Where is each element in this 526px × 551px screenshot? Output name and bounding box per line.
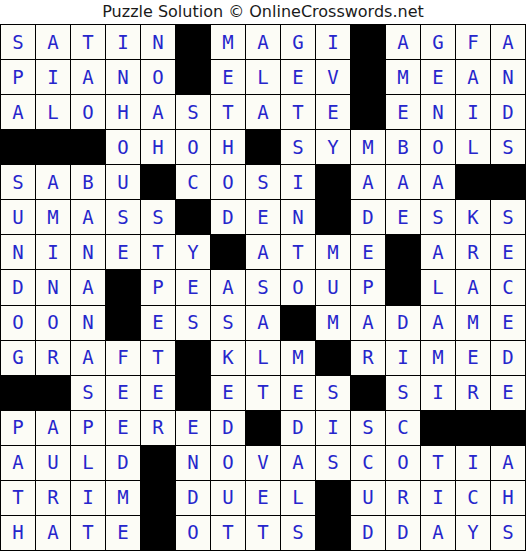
letter-cell: E	[106, 411, 140, 445]
letter-cell: D	[281, 411, 315, 445]
letter-cell: O	[211, 446, 245, 480]
letter-cell: R	[456, 235, 490, 269]
letter-cell: E	[106, 516, 140, 550]
letter-cell: I	[36, 60, 70, 94]
block-cell	[491, 165, 525, 199]
letter-cell: O	[421, 130, 455, 164]
letter-cell: L	[281, 481, 315, 515]
letter-cell: D	[386, 516, 420, 550]
letter-cell: A	[456, 60, 490, 94]
letter-cell: K	[456, 200, 490, 234]
block-cell	[211, 235, 245, 269]
letter-cell: D	[491, 95, 525, 129]
block-cell	[386, 270, 420, 304]
block-cell	[36, 130, 70, 164]
block-cell	[351, 25, 385, 59]
block-cell	[316, 481, 350, 515]
letter-cell: S	[1, 165, 35, 199]
letter-cell: T	[71, 516, 105, 550]
letter-cell: M	[421, 341, 455, 375]
letter-cell: U	[351, 481, 385, 515]
letter-cell: D	[1, 270, 35, 304]
letter-cell: E	[176, 411, 210, 445]
block-cell	[36, 376, 70, 410]
block-cell	[456, 411, 490, 445]
block-cell	[141, 516, 175, 550]
letter-cell: S	[421, 200, 455, 234]
block-cell	[106, 306, 140, 340]
letter-cell: P	[1, 411, 35, 445]
letter-cell: E	[491, 306, 525, 340]
block-cell	[316, 341, 350, 375]
letter-cell: A	[36, 411, 70, 445]
letter-cell: H	[211, 130, 245, 164]
letter-cell: I	[36, 235, 70, 269]
letter-cell: N	[106, 60, 140, 94]
letter-cell: G	[421, 25, 455, 59]
letter-cell: A	[456, 270, 490, 304]
letter-cell: E	[141, 306, 175, 340]
letter-cell: R	[386, 481, 420, 515]
letter-cell: S	[176, 95, 210, 129]
letter-cell: A	[386, 165, 420, 199]
block-cell	[141, 446, 175, 480]
letter-cell: D	[211, 411, 245, 445]
block-cell	[316, 165, 350, 199]
letter-cell: L	[421, 270, 455, 304]
letter-cell: S	[281, 516, 315, 550]
letter-cell: Y	[176, 235, 210, 269]
letter-cell: I	[421, 481, 455, 515]
letter-cell: S	[106, 200, 140, 234]
letter-cell: M	[316, 306, 350, 340]
letter-cell: M	[36, 200, 70, 234]
puzzle-solution-page: Puzzle Solution © OnlineCrosswords.net S…	[0, 0, 526, 551]
letter-cell: E	[281, 60, 315, 94]
letter-cell: H	[106, 95, 140, 129]
letter-cell: D	[211, 200, 245, 234]
letter-cell: T	[246, 516, 280, 550]
letter-cell: R	[141, 411, 175, 445]
letter-cell: A	[36, 516, 70, 550]
letter-cell: M	[456, 306, 490, 340]
letter-cell: A	[421, 235, 455, 269]
letter-cell: E	[281, 376, 315, 410]
letter-cell: R	[36, 481, 70, 515]
letter-cell: I	[71, 481, 105, 515]
block-cell	[176, 25, 210, 59]
letter-cell: N	[71, 235, 105, 269]
letter-cell: S	[316, 376, 350, 410]
letter-cell: T	[141, 235, 175, 269]
letter-cell: M	[106, 481, 140, 515]
letter-cell: E	[456, 341, 490, 375]
letter-cell: I	[456, 95, 490, 129]
letter-cell: A	[36, 25, 70, 59]
letter-cell: N	[176, 446, 210, 480]
letter-cell: U	[106, 165, 140, 199]
block-cell	[351, 95, 385, 129]
letter-cell: T	[211, 95, 245, 129]
letter-cell: T	[246, 376, 280, 410]
letter-cell: O	[176, 516, 210, 550]
letter-cell: S	[491, 200, 525, 234]
letter-cell: A	[71, 270, 105, 304]
letter-cell: A	[281, 446, 315, 480]
letter-cell: D	[351, 200, 385, 234]
letter-cell: P	[1, 60, 35, 94]
letter-cell: S	[246, 270, 280, 304]
block-cell	[176, 200, 210, 234]
letter-cell: B	[386, 130, 420, 164]
letter-cell: O	[106, 130, 140, 164]
letter-cell: C	[491, 270, 525, 304]
letter-cell: C	[456, 481, 490, 515]
letter-cell: S	[71, 376, 105, 410]
block-cell	[386, 235, 420, 269]
block-cell	[246, 130, 280, 164]
letter-cell: F	[106, 341, 140, 375]
letter-cell: E	[316, 95, 350, 129]
letter-cell: C	[386, 411, 420, 445]
letter-cell: I	[281, 165, 315, 199]
letter-cell: T	[1, 481, 35, 515]
letter-cell: E	[386, 200, 420, 234]
block-cell	[316, 200, 350, 234]
letter-cell: A	[421, 165, 455, 199]
letter-cell: D	[106, 446, 140, 480]
letter-cell: M	[281, 341, 315, 375]
block-cell	[491, 411, 525, 445]
letter-cell: S	[211, 306, 245, 340]
block-cell	[281, 306, 315, 340]
letter-cell: N	[281, 200, 315, 234]
letter-cell: H	[491, 481, 525, 515]
letter-cell: A	[36, 165, 70, 199]
letter-cell: U	[316, 270, 350, 304]
letter-cell: V	[316, 60, 350, 94]
letter-cell: O	[176, 130, 210, 164]
letter-cell: L	[71, 446, 105, 480]
block-cell	[421, 411, 455, 445]
letter-cell: N	[491, 60, 525, 94]
letter-cell: T	[281, 235, 315, 269]
letter-cell: U	[36, 446, 70, 480]
letter-cell: A	[491, 446, 525, 480]
letter-cell: P	[71, 411, 105, 445]
letter-cell: E	[421, 60, 455, 94]
letter-cell: G	[1, 341, 35, 375]
letter-cell: O	[71, 95, 105, 129]
letter-cell: A	[491, 25, 525, 59]
letter-cell: O	[386, 446, 420, 480]
letter-cell: T	[421, 446, 455, 480]
letter-cell: D	[386, 306, 420, 340]
page-title: Puzzle Solution © OnlineCrosswords.net	[102, 0, 424, 24]
letter-cell: S	[246, 165, 280, 199]
letter-cell: I	[386, 341, 420, 375]
letter-cell: E	[211, 60, 245, 94]
letter-cell: D	[351, 516, 385, 550]
letter-cell: A	[351, 306, 385, 340]
letter-cell: A	[246, 25, 280, 59]
letter-cell: T	[71, 25, 105, 59]
letter-cell: L	[246, 341, 280, 375]
block-cell	[141, 481, 175, 515]
block-cell	[176, 376, 210, 410]
letter-cell: S	[351, 411, 385, 445]
letter-cell: M	[351, 130, 385, 164]
letter-cell: E	[211, 376, 245, 410]
letter-cell: I	[106, 25, 140, 59]
letter-cell: E	[491, 235, 525, 269]
letter-cell: N	[141, 25, 175, 59]
letter-cell: E	[106, 235, 140, 269]
letter-cell: A	[1, 446, 35, 480]
letter-cell: A	[71, 341, 105, 375]
letter-cell: N	[421, 95, 455, 129]
letter-cell: E	[351, 235, 385, 269]
letter-cell: E	[141, 376, 175, 410]
letter-cell: G	[281, 25, 315, 59]
header: Puzzle Solution © OnlineCrosswords.net	[0, 0, 526, 24]
letter-cell: D	[176, 481, 210, 515]
letter-cell: I	[316, 411, 350, 445]
letter-cell: F	[456, 25, 490, 59]
letter-cell: T	[281, 95, 315, 129]
letter-cell: R	[36, 341, 70, 375]
letter-cell: E	[246, 200, 280, 234]
letter-cell: A	[246, 306, 280, 340]
letter-cell: M	[316, 235, 350, 269]
letter-cell: O	[281, 270, 315, 304]
block-cell	[456, 165, 490, 199]
letter-cell: L	[36, 95, 70, 129]
letter-cell: I	[456, 446, 490, 480]
block-cell	[246, 411, 280, 445]
letter-cell: P	[141, 270, 175, 304]
letter-cell: D	[491, 341, 525, 375]
block-cell	[176, 60, 210, 94]
letter-cell: A	[386, 25, 420, 59]
letter-cell: S	[386, 376, 420, 410]
letter-cell: A	[1, 95, 35, 129]
block-cell	[351, 60, 385, 94]
letter-cell: A	[351, 165, 385, 199]
letter-cell: A	[246, 235, 280, 269]
letter-cell: A	[141, 95, 175, 129]
letter-cell: Y	[316, 130, 350, 164]
letter-cell: U	[211, 481, 245, 515]
letter-cell: A	[421, 516, 455, 550]
letter-cell: N	[36, 270, 70, 304]
letter-cell: B	[71, 165, 105, 199]
block-cell	[1, 130, 35, 164]
letter-cell: H	[1, 516, 35, 550]
letter-cell: A	[71, 60, 105, 94]
letter-cell: A	[246, 95, 280, 129]
letter-cell: I	[316, 25, 350, 59]
letter-cell: R	[351, 341, 385, 375]
letter-cell: T	[141, 341, 175, 375]
letter-cell: R	[456, 376, 490, 410]
letter-cell: L	[456, 130, 490, 164]
letter-cell: S	[316, 446, 350, 480]
block-cell	[316, 516, 350, 550]
letter-cell: S	[281, 130, 315, 164]
letter-cell: T	[211, 516, 245, 550]
block-cell	[141, 165, 175, 199]
letter-cell: O	[1, 306, 35, 340]
letter-cell: S	[491, 516, 525, 550]
letter-cell: K	[211, 341, 245, 375]
letter-cell: A	[71, 200, 105, 234]
letter-cell: C	[351, 446, 385, 480]
letter-cell: E	[106, 376, 140, 410]
letter-cell: E	[246, 481, 280, 515]
letter-cell: O	[211, 165, 245, 199]
letter-cell: N	[71, 306, 105, 340]
letter-cell: S	[176, 306, 210, 340]
letter-cell: S	[491, 130, 525, 164]
letter-cell: M	[211, 25, 245, 59]
letter-cell: A	[421, 306, 455, 340]
letter-cell: L	[246, 60, 280, 94]
letter-cell: Y	[456, 516, 490, 550]
letter-cell: E	[176, 270, 210, 304]
letter-cell: O	[36, 306, 70, 340]
letter-cell: E	[386, 95, 420, 129]
letter-cell: M	[386, 60, 420, 94]
block-cell	[176, 341, 210, 375]
block-cell	[71, 130, 105, 164]
letter-cell: P	[351, 270, 385, 304]
letter-cell: A	[211, 270, 245, 304]
letter-cell: N	[1, 235, 35, 269]
letter-cell: C	[176, 165, 210, 199]
block-cell	[106, 270, 140, 304]
letter-cell: E	[491, 376, 525, 410]
crossword-grid: SATINMAGIAGFAPIANOELEVMEANALOHASTATEENID…	[0, 24, 526, 551]
letter-cell: S	[141, 200, 175, 234]
letter-cell: H	[141, 130, 175, 164]
letter-cell: U	[1, 200, 35, 234]
block-cell	[1, 376, 35, 410]
letter-cell: O	[141, 60, 175, 94]
letter-cell: S	[1, 25, 35, 59]
letter-cell: I	[421, 376, 455, 410]
block-cell	[351, 376, 385, 410]
letter-cell: V	[246, 446, 280, 480]
